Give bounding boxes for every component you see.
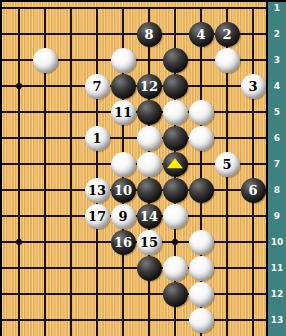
move-number-label: 11 xyxy=(114,106,132,119)
stone-white xyxy=(111,48,136,73)
move-number-label: 2 xyxy=(222,28,231,41)
star-point xyxy=(15,82,23,90)
stone-black xyxy=(137,256,162,281)
stone-white xyxy=(189,256,214,281)
stone-black xyxy=(163,152,188,177)
go-board-viewport: 8427123111513106179141615 12345678910111… xyxy=(0,0,286,336)
stone-black xyxy=(163,74,188,99)
stone-white-move-9: 9 xyxy=(111,204,136,229)
stone-white-move-7: 7 xyxy=(85,74,110,99)
row-coordinate-label: 13 xyxy=(268,315,286,325)
grid-line-vertical xyxy=(96,7,98,336)
stone-white xyxy=(189,308,214,333)
stone-white-move-3: 3 xyxy=(241,74,266,99)
frame-border-left xyxy=(0,0,2,336)
stone-black xyxy=(137,178,162,203)
move-number-label: 4 xyxy=(196,28,205,41)
row-coordinate-label: 2 xyxy=(268,29,286,39)
row-coordinate-label: 3 xyxy=(268,55,286,65)
row-coordinate-label: 10 xyxy=(268,237,286,247)
star-point xyxy=(171,238,179,246)
row-coordinate-label: 9 xyxy=(268,211,286,221)
stone-white-move-17: 17 xyxy=(85,204,110,229)
stone-white xyxy=(189,100,214,125)
stone-white xyxy=(163,204,188,229)
coordinate-strip: 12345678910111213 xyxy=(266,0,286,336)
stone-black-move-6: 6 xyxy=(241,178,266,203)
move-number-label: 6 xyxy=(248,184,257,197)
stone-black-move-14: 14 xyxy=(137,204,162,229)
stone-black-move-4: 4 xyxy=(189,22,214,47)
row-coordinate-label: 6 xyxy=(268,133,286,143)
move-number-label: 12 xyxy=(140,80,158,93)
stone-black xyxy=(163,178,188,203)
stone-black-move-12: 12 xyxy=(137,74,162,99)
stone-white xyxy=(189,282,214,307)
stone-white-move-13: 13 xyxy=(85,178,110,203)
row-coordinate-label: 4 xyxy=(268,81,286,91)
stone-white xyxy=(111,152,136,177)
stone-white xyxy=(189,230,214,255)
stone-white xyxy=(189,126,214,151)
stone-black xyxy=(163,282,188,307)
stone-white-move-11: 11 xyxy=(111,100,136,125)
stone-black xyxy=(163,126,188,151)
frame-border-top xyxy=(0,0,286,2)
grid-line-vertical xyxy=(18,7,20,336)
stone-black xyxy=(163,48,188,73)
move-number-label: 17 xyxy=(88,210,106,223)
stone-white xyxy=(215,48,240,73)
stone-black xyxy=(137,100,162,125)
move-number-label: 14 xyxy=(140,210,158,223)
triangle-mark-icon xyxy=(167,158,183,168)
stone-white xyxy=(137,126,162,151)
stone-white xyxy=(33,48,58,73)
stone-black-move-8: 8 xyxy=(137,22,162,47)
row-coordinate-label: 8 xyxy=(268,185,286,195)
move-number-label: 15 xyxy=(140,236,158,249)
go-board[interactable]: 8427123111513106179141615 xyxy=(0,0,266,336)
stone-white-move-5: 5 xyxy=(215,152,240,177)
row-coordinate-label: 1 xyxy=(268,3,286,13)
row-coordinate-label: 5 xyxy=(268,107,286,117)
stone-black-move-16: 16 xyxy=(111,230,136,255)
stone-black-move-10: 10 xyxy=(111,178,136,203)
stone-black xyxy=(189,178,214,203)
grid-line-vertical xyxy=(70,7,72,336)
stone-black-move-2: 2 xyxy=(215,22,240,47)
move-number-label: 8 xyxy=(144,28,153,41)
stone-white xyxy=(163,100,188,125)
row-coordinate-label: 7 xyxy=(268,159,286,169)
move-number-label: 13 xyxy=(88,184,106,197)
move-number-label: 7 xyxy=(92,80,101,93)
move-number-label: 5 xyxy=(222,158,231,171)
stone-white xyxy=(163,256,188,281)
row-coordinate-label: 12 xyxy=(268,289,286,299)
stone-black xyxy=(111,74,136,99)
row-coordinate-label: 11 xyxy=(268,263,286,273)
move-number-label: 10 xyxy=(114,184,132,197)
move-number-label: 9 xyxy=(118,210,127,223)
move-number-label: 16 xyxy=(114,236,132,249)
stone-white-move-15: 15 xyxy=(137,230,162,255)
move-number-label: 3 xyxy=(248,80,257,93)
star-point xyxy=(15,238,23,246)
stone-white xyxy=(137,152,162,177)
stone-white-move-1: 1 xyxy=(85,126,110,151)
grid-line-vertical xyxy=(252,7,254,336)
move-number-label: 1 xyxy=(92,132,101,145)
